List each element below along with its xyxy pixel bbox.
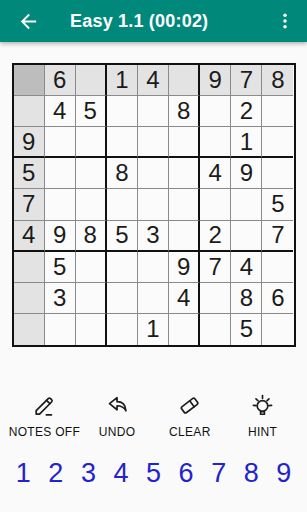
sudoku-cell-r2c3[interactable]: 5 xyxy=(76,96,107,127)
sudoku-cell-r5c4[interactable] xyxy=(107,189,138,220)
sudoku-cell-r4c9[interactable] xyxy=(262,158,293,189)
sudoku-cell-r9c1[interactable] xyxy=(14,314,45,345)
digit-8-button[interactable]: 8 xyxy=(235,456,268,491)
notes-toggle-button[interactable]: NOTES OFF xyxy=(8,392,81,439)
digit-6-button[interactable]: 6 xyxy=(170,456,203,491)
sudoku-cell-r6c5[interactable]: 3 xyxy=(138,221,169,252)
sudoku-cell-r2c9[interactable] xyxy=(262,96,293,127)
sudoku-cell-r1c5[interactable]: 4 xyxy=(138,65,169,96)
sudoku-cell-r1c6[interactable] xyxy=(169,65,200,96)
pencil-icon xyxy=(31,392,58,419)
numpad: 123456789 xyxy=(0,456,307,491)
sudoku-cell-r8c8[interactable]: 8 xyxy=(231,283,262,314)
sudoku-cell-r9c4[interactable] xyxy=(107,314,138,345)
sudoku-cell-r1c4[interactable]: 1 xyxy=(107,65,138,96)
digit-9-button[interactable]: 9 xyxy=(268,456,301,491)
sudoku-cell-r3c2[interactable] xyxy=(45,127,76,158)
sudoku-cell-r9c6[interactable] xyxy=(169,314,200,345)
tool-label: HINT xyxy=(248,425,277,439)
sudoku-cell-r8c2[interactable]: 3 xyxy=(45,283,76,314)
sudoku-cell-r3c8[interactable]: 1 xyxy=(231,127,262,158)
digit-1-button[interactable]: 1 xyxy=(7,456,40,491)
sudoku-cell-r6c7[interactable]: 2 xyxy=(200,221,231,252)
sudoku-cell-r7c6[interactable]: 9 xyxy=(169,252,200,283)
sudoku-cell-r4c8[interactable]: 9 xyxy=(231,158,262,189)
sudoku-board: 61497845829158497549853275974348615 xyxy=(12,63,296,347)
sudoku-cell-r8c7[interactable] xyxy=(200,283,231,314)
sudoku-cell-r5c9[interactable]: 5 xyxy=(262,189,293,220)
sudoku-cell-r3c5[interactable] xyxy=(138,127,169,158)
sudoku-cell-r3c1[interactable]: 9 xyxy=(14,127,45,158)
sudoku-cell-r5c2[interactable] xyxy=(45,189,76,220)
sudoku-cell-r5c3[interactable] xyxy=(76,189,107,220)
hint-button[interactable]: HINT xyxy=(226,392,299,439)
sudoku-cell-r3c4[interactable] xyxy=(107,127,138,158)
page-title: Easy 1.1 (00:02) xyxy=(70,11,208,32)
sudoku-cell-r3c7[interactable] xyxy=(200,127,231,158)
sudoku-cell-r9c3[interactable] xyxy=(76,314,107,345)
sudoku-cell-r8c9[interactable]: 6 xyxy=(262,283,293,314)
tool-label: NOTES OFF xyxy=(9,425,80,439)
sudoku-cell-r9c8[interactable]: 5 xyxy=(231,314,262,345)
sudoku-cell-r9c2[interactable] xyxy=(45,314,76,345)
digit-4-button[interactable]: 4 xyxy=(105,456,138,491)
sudoku-cell-r4c3[interactable] xyxy=(76,158,107,189)
sudoku-cell-r2c7[interactable] xyxy=(200,96,231,127)
clear-button[interactable]: CLEAR xyxy=(154,392,227,439)
sudoku-cell-r6c3[interactable]: 8 xyxy=(76,221,107,252)
sudoku-cell-r3c3[interactable] xyxy=(76,127,107,158)
sudoku-cell-r1c7[interactable]: 9 xyxy=(200,65,231,96)
sudoku-cell-r8c6[interactable]: 4 xyxy=(169,283,200,314)
sudoku-cell-r1c9[interactable]: 8 xyxy=(262,65,293,96)
sudoku-cell-r7c7[interactable]: 7 xyxy=(200,252,231,283)
sudoku-cell-r8c4[interactable] xyxy=(107,283,138,314)
undo-icon xyxy=(104,392,131,419)
undo-button[interactable]: UNDO xyxy=(81,392,154,439)
sudoku-cell-r6c1[interactable]: 4 xyxy=(14,221,45,252)
sudoku-cell-r3c6[interactable] xyxy=(169,127,200,158)
digit-5-button[interactable]: 5 xyxy=(137,456,170,491)
sudoku-cell-r6c6[interactable] xyxy=(169,221,200,252)
sudoku-cell-r1c8[interactable]: 7 xyxy=(231,65,262,96)
sudoku-cell-r7c8[interactable]: 4 xyxy=(231,252,262,283)
kebab-menu-icon xyxy=(275,11,295,31)
sudoku-cell-r2c4[interactable] xyxy=(107,96,138,127)
sudoku-cell-r6c2[interactable]: 9 xyxy=(45,221,76,252)
sudoku-cell-r9c7[interactable] xyxy=(200,314,231,345)
sudoku-cell-r4c7[interactable]: 4 xyxy=(200,158,231,189)
back-button[interactable] xyxy=(4,0,52,42)
sudoku-cell-r5c1[interactable]: 7 xyxy=(14,189,45,220)
sudoku-cell-r7c1[interactable] xyxy=(14,252,45,283)
eraser-icon xyxy=(176,392,203,419)
sudoku-cell-r4c5[interactable] xyxy=(138,158,169,189)
sudoku-cell-r5c7[interactable] xyxy=(200,189,231,220)
sudoku-cell-r2c2[interactable]: 4 xyxy=(45,96,76,127)
sudoku-cell-r8c1[interactable] xyxy=(14,283,45,314)
sudoku-cell-r6c9[interactable]: 7 xyxy=(262,221,293,252)
overflow-menu-button[interactable] xyxy=(265,0,305,42)
toolbar: NOTES OFF UNDO CLEAR xyxy=(0,392,307,439)
sudoku-cell-r9c9[interactable] xyxy=(262,314,293,345)
sudoku-cell-r2c6[interactable]: 8 xyxy=(169,96,200,127)
sudoku-cell-r1c3[interactable] xyxy=(76,65,107,96)
sudoku-cell-r7c2[interactable]: 5 xyxy=(45,252,76,283)
digit-2-button[interactable]: 2 xyxy=(40,456,73,491)
sudoku-cell-r5c8[interactable] xyxy=(231,189,262,220)
digit-3-button[interactable]: 3 xyxy=(72,456,105,491)
sudoku-cell-r4c1[interactable]: 5 xyxy=(14,158,45,189)
back-arrow-icon xyxy=(17,10,40,33)
sudoku-cell-r9c5[interactable]: 1 xyxy=(138,314,169,345)
sudoku-cell-r5c6[interactable] xyxy=(169,189,200,220)
sudoku-cell-r8c3[interactable] xyxy=(76,283,107,314)
sudoku-cell-r8c5[interactable] xyxy=(138,283,169,314)
sudoku-cell-r3c9[interactable] xyxy=(262,127,293,158)
app-bar: Easy 1.1 (00:02) xyxy=(0,0,307,42)
sudoku-cell-r4c6[interactable] xyxy=(169,158,200,189)
lightbulb-icon xyxy=(249,392,276,419)
tool-label: CLEAR xyxy=(169,425,211,439)
sudoku-cell-r6c8[interactable] xyxy=(231,221,262,252)
sudoku-cell-r1c2[interactable]: 6 xyxy=(45,65,76,96)
sudoku-cell-r2c1[interactable] xyxy=(14,96,45,127)
sudoku-cell-r6c4[interactable]: 5 xyxy=(107,221,138,252)
sudoku-cell-r7c5[interactable] xyxy=(138,252,169,283)
sudoku-cell-r4c4[interactable]: 8 xyxy=(107,158,138,189)
sudoku-cell-r7c3[interactable] xyxy=(76,252,107,283)
sudoku-cell-r5c5[interactable] xyxy=(138,189,169,220)
sudoku-cell-r1c1[interactable] xyxy=(14,65,45,96)
sudoku-cell-r7c9[interactable] xyxy=(262,252,293,283)
sudoku-cell-r7c4[interactable] xyxy=(107,252,138,283)
sudoku-cell-r2c5[interactable] xyxy=(138,96,169,127)
digit-7-button[interactable]: 7 xyxy=(202,456,235,491)
tool-label: UNDO xyxy=(99,425,136,439)
sudoku-cell-r4c2[interactable] xyxy=(45,158,76,189)
sudoku-cell-r2c8[interactable]: 2 xyxy=(231,96,262,127)
